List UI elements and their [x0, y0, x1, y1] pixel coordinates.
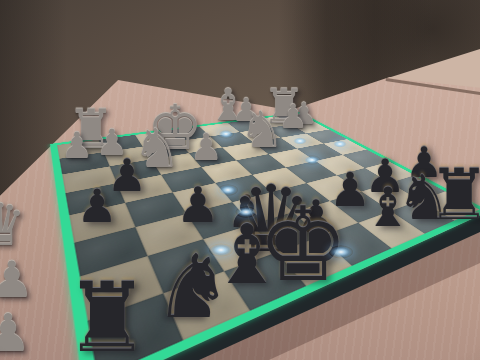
move-hint-d1[interactable]	[218, 130, 234, 139]
black-knight-g8[interactable]: ♞	[154, 243, 233, 331]
move-hint-b4[interactable]	[304, 156, 321, 165]
move-hint-b3[interactable]	[293, 137, 308, 145]
move-hint-d6[interactable]	[236, 207, 257, 218]
white-pawn-h2[interactable]: ♟	[61, 128, 93, 164]
black-rook-h8[interactable]: ♜	[64, 270, 150, 360]
move-hint-d8[interactable]	[329, 246, 353, 259]
black-rook-a8[interactable]: ♜	[428, 160, 480, 230]
captured-white-pawn-3: ♟	[0, 307, 31, 359]
move-hint-e4[interactable]	[218, 185, 238, 196]
move-hint-a3[interactable]	[333, 140, 348, 148]
captured-white-pawn-2: ♟	[0, 255, 34, 305]
black-pawn-h5[interactable]: ♟	[76, 183, 117, 229]
captured-white-queen: ♛	[0, 196, 26, 254]
chess-3d-scene: ♝♟♟♜♟♞♜♚♟♟♟♞♟♟♟♟♝♞♜♟♟♛♟♟♛♚♝♟♞♟♜	[0, 0, 480, 360]
move-hint-f7[interactable]	[209, 244, 233, 257]
white-knight-c3[interactable]: ♞	[240, 105, 285, 155]
